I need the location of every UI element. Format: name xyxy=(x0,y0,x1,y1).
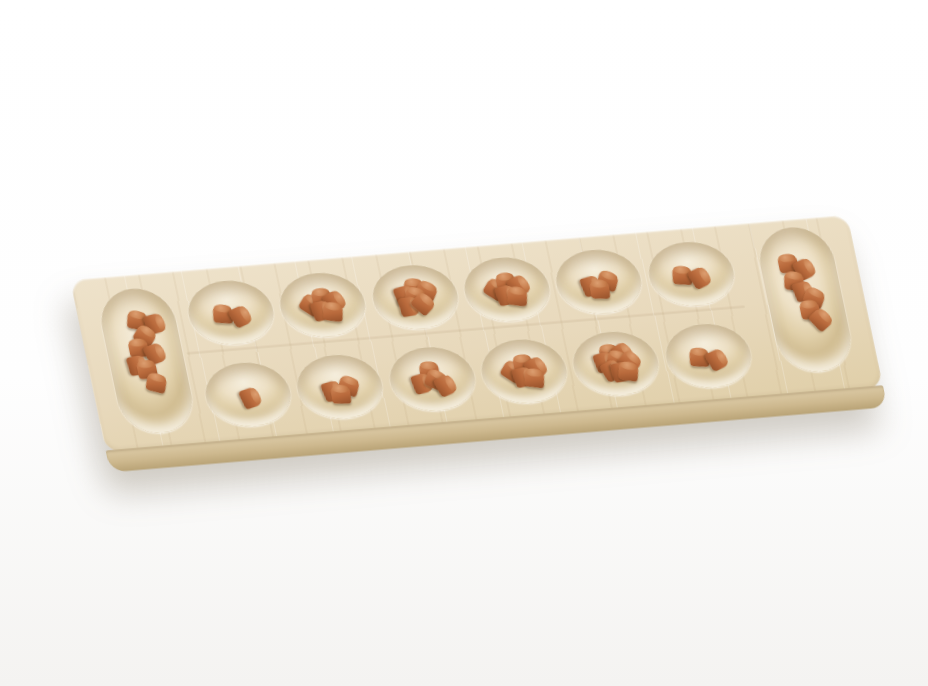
pit-top-4[interactable] xyxy=(459,255,556,325)
mancala-board xyxy=(70,215,883,453)
seed xyxy=(524,370,543,388)
cell-bottom-1 xyxy=(198,353,298,436)
seed xyxy=(145,374,166,394)
pit-top-1[interactable] xyxy=(183,278,280,348)
cell-bottom-6 xyxy=(658,314,758,397)
seed xyxy=(433,374,457,397)
seed xyxy=(507,289,526,307)
cell-top-3 xyxy=(365,256,465,339)
pit-bottom-3[interactable] xyxy=(384,344,481,414)
pit-bottom-5[interactable] xyxy=(568,328,665,398)
pit-top-2[interactable] xyxy=(275,270,372,340)
pit-top-6[interactable] xyxy=(643,239,740,309)
pit-bottom-1[interactable] xyxy=(200,359,297,429)
seed xyxy=(589,283,610,299)
cell-top-1 xyxy=(181,272,281,355)
store-left xyxy=(95,286,199,436)
seed xyxy=(227,305,251,329)
cell-top-6 xyxy=(641,233,741,316)
seed xyxy=(323,304,342,322)
cell-top-4 xyxy=(457,248,557,331)
cell-top-5 xyxy=(549,241,649,324)
seed xyxy=(618,363,638,382)
photo-background xyxy=(0,0,928,686)
cell-bottom-2 xyxy=(290,345,390,428)
cell-top-2 xyxy=(273,264,373,347)
pit-bottom-2[interactable] xyxy=(292,351,389,421)
seed xyxy=(704,348,728,372)
store-right xyxy=(753,224,857,374)
pit-bottom-6[interactable] xyxy=(660,321,757,391)
pit-top-5[interactable] xyxy=(551,247,648,317)
pit-bottom-4[interactable] xyxy=(476,336,573,406)
seed xyxy=(237,387,260,410)
cell-bottom-3 xyxy=(382,338,482,421)
cell-bottom-5 xyxy=(566,322,666,405)
seed xyxy=(330,388,351,404)
pit-top-3[interactable] xyxy=(367,262,464,332)
seed xyxy=(687,267,711,291)
cell-bottom-4 xyxy=(474,330,574,413)
